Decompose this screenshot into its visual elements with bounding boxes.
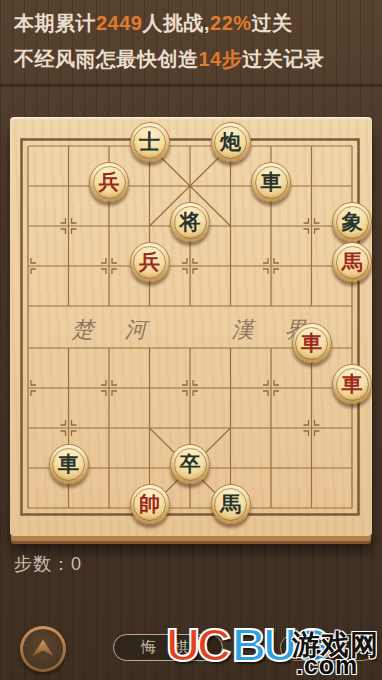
piece-glyph: 卒	[180, 453, 201, 474]
piece-将-black[interactable]: 将	[170, 202, 210, 242]
action-button-right[interactable]	[280, 634, 376, 661]
piece-馬-red[interactable]: 馬	[332, 242, 372, 282]
piece-glyph: 炮	[220, 131, 241, 152]
piece-車-black[interactable]: 車	[49, 444, 89, 484]
piece-glyph: 帥	[139, 493, 160, 514]
piece-車-red[interactable]: 車	[332, 364, 372, 404]
stats-text: 过关	[252, 12, 293, 34]
piece-車-black[interactable]: 車	[251, 162, 291, 202]
piece-glyph: 車	[261, 171, 282, 192]
wood-seam	[0, 84, 382, 87]
hint-text: 不经风雨怎最快创造	[14, 48, 199, 70]
piece-glyph: 兵	[139, 251, 160, 272]
hint-text: 过关记录	[242, 48, 324, 70]
pass-rate: 22%	[210, 12, 252, 34]
stats-text: 本期累计	[14, 12, 96, 34]
step-counter: 步数：0	[14, 552, 82, 576]
piece-馬-black[interactable]: 馬	[211, 484, 251, 524]
step-counter-value: 0	[71, 554, 82, 574]
piece-glyph: 馬	[342, 251, 363, 272]
challenger-count: 2449	[96, 12, 143, 34]
stats-text: 人挑战,	[143, 12, 211, 34]
record-hint: 不经风雨怎最快创造14步过关记录	[14, 46, 324, 73]
chevron-up-icon	[23, 629, 63, 669]
piece-卒-black[interactable]: 卒	[170, 444, 210, 484]
piece-炮-black[interactable]: 炮	[211, 122, 251, 162]
piece-glyph: 車	[58, 453, 79, 474]
piece-glyph: 兵	[99, 171, 120, 192]
piece-glyph: 象	[342, 211, 363, 232]
record-steps: 14步	[199, 48, 243, 70]
piece-兵-red[interactable]: 兵	[130, 242, 170, 282]
challenge-stats: 本期累计2449人挑战,22%过关	[14, 10, 293, 37]
piece-象-black[interactable]: 象	[332, 202, 372, 242]
expand-button[interactable]	[20, 626, 66, 672]
piece-glyph: 将	[180, 211, 201, 232]
piece-glyph: 車	[301, 332, 322, 353]
piece-glyph: 馬	[220, 493, 241, 514]
piece-士-black[interactable]: 士	[130, 122, 170, 162]
step-counter-label: 步数：	[14, 554, 71, 574]
undo-button-label: 悔 棋	[142, 638, 195, 657]
piece-車-red[interactable]: 車	[292, 323, 332, 363]
piece-兵-red[interactable]: 兵	[89, 162, 129, 202]
xiangqi-board[interactable]: 楚 河 漢 界 士炮兵車将象兵馬車車車卒帥馬	[10, 117, 372, 536]
pieces-layer: 士炮兵車将象兵馬車車車卒帥馬	[8, 126, 373, 528]
undo-button[interactable]: 悔 棋	[113, 634, 223, 661]
piece-glyph: 士	[139, 131, 160, 152]
piece-帥-red[interactable]: 帥	[130, 484, 170, 524]
piece-glyph: 車	[342, 373, 363, 394]
